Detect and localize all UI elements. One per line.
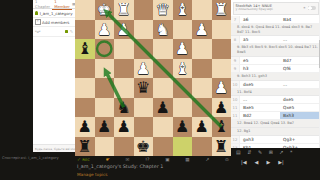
move-row: 9h3Qf6 <box>231 65 320 73</box>
white-bishop[interactable]: ♝ <box>173 0 193 20</box>
settings-icon[interactable]: * <box>290 149 293 156</box>
square-e6[interactable] <box>134 98 154 118</box>
move-number: 10 <box>231 96 240 103</box>
move-number: 9 <box>231 65 240 72</box>
square-b6[interactable] <box>192 98 212 118</box>
square-f5[interactable] <box>114 78 134 98</box>
study-sidebar: 1 Chapter 1 Member ≡ I_am_1_category + A… <box>33 0 75 152</box>
square-a1[interactable]: ♜ <box>212 0 232 20</box>
tab-chapters[interactable]: 1 Chapter <box>33 0 52 9</box>
square-h2[interactable] <box>75 20 95 40</box>
move-number: 8 <box>231 36 240 43</box>
flip-board-icon[interactable]: ⇵ <box>247 149 251 156</box>
manage-topics-link[interactable]: Manage topics <box>77 172 107 177</box>
image-tool[interactable]: ▣ <box>165 156 169 164</box>
engine-settings-icon[interactable]: * <box>303 6 305 11</box>
square-g1[interactable]: ♚ <box>95 0 115 20</box>
move-row: 10...dxe5 <box>231 96 320 104</box>
square-a2[interactable] <box>212 20 232 40</box>
lichess-study-page: 1 Chapter 1 Member ≡ I_am_1_category + A… <box>0 0 320 180</box>
square-d4[interactable] <box>153 59 173 79</box>
white-move[interactable]: a6 <box>240 16 280 23</box>
black-pawn[interactable]: ♟ <box>114 117 134 137</box>
white-move[interactable]: a5 <box>240 36 280 43</box>
record-toggle[interactable]: ✓ ʀᴇᴄ <box>77 156 90 164</box>
black-move[interactable]: Ba4 <box>280 16 320 23</box>
variation-line[interactable]: 11. Bxf4 <box>231 89 320 97</box>
prev-move-button[interactable]: ◀ <box>255 159 259 166</box>
move-row: 7a6Ba4 <box>231 16 320 24</box>
share-icon[interactable]: ↗ <box>279 149 283 156</box>
black-rook[interactable]: ♜ <box>75 137 95 157</box>
white-knight[interactable]: ♞ <box>153 20 173 40</box>
engine-toggle[interactable] <box>308 6 316 11</box>
square-f2[interactable]: ♟ <box>114 20 134 40</box>
black-pawn[interactable]: ♟ <box>192 117 212 137</box>
chat-header-text: *a* <box>35 30 40 34</box>
square-b5[interactable] <box>192 78 212 98</box>
white-pawn[interactable]: ♟ <box>134 59 154 79</box>
square-f7[interactable]: ♟ <box>114 117 134 137</box>
square-h6[interactable] <box>75 98 95 118</box>
square-g5[interactable] <box>95 78 115 98</box>
pointer-tool[interactable]: ☛ <box>106 156 110 164</box>
variation-line[interactable]: 12. Bg1 <box>231 128 320 136</box>
move-number: 13 <box>231 144 240 148</box>
move-number: 11 <box>231 104 240 111</box>
white-queen[interactable]: ♛ <box>153 0 173 20</box>
first-move-button[interactable]: |◀ <box>241 159 247 166</box>
black-pawn[interactable]: ♟ <box>173 117 193 137</box>
comment-tool[interactable]: ✉ <box>126 156 130 164</box>
square-h4[interactable] <box>75 59 95 79</box>
white-pawn[interactable]: ♟ <box>95 20 115 40</box>
board-editor-tool[interactable]: ▦ <box>185 156 189 164</box>
black-bishop[interactable]: ♝ <box>75 39 95 59</box>
share-tool[interactable]: ↗ <box>205 156 209 164</box>
square-d8[interactable] <box>153 137 173 157</box>
square-b1[interactable] <box>192 0 212 20</box>
square-e3[interactable] <box>134 39 154 59</box>
variation-line[interactable]: 9. Bxh3 11. gxh3 <box>231 73 320 81</box>
next-move-button[interactable]: ▶ <box>266 159 270 166</box>
square-c3[interactable]: ♟ <box>173 39 193 59</box>
white-rook[interactable]: ♜ <box>114 0 134 20</box>
black-pawn[interactable]: ♟ <box>212 98 232 118</box>
move-row: 13Kh1Qxh3+ <box>231 144 320 148</box>
black-move[interactable]: ... <box>280 81 320 88</box>
square-h1[interactable] <box>75 0 95 20</box>
square-c4[interactable]: ♝ <box>173 59 193 79</box>
engine-toggle-knob <box>308 6 312 10</box>
online-indicator-icon <box>65 30 69 34</box>
white-king[interactable]: ♚ <box>95 0 115 20</box>
move-list: 7a6Ba48. dxc4 9. Qxc4 Bxc4 11. dxe4 dxc3… <box>231 16 320 148</box>
square-e5[interactable]: ♛ <box>134 78 154 98</box>
square-c1[interactable]: ♝ <box>173 0 193 20</box>
white-pawn[interactable]: ♟ <box>212 78 232 98</box>
white-move[interactable]: e5 <box>240 57 280 64</box>
square-f6[interactable]: ♞ <box>114 98 134 118</box>
square-e2[interactable] <box>134 20 154 40</box>
white-bishop[interactable]: ♝ <box>173 59 193 79</box>
study-title: I_am_1_category's Study: Chapter 1 <box>77 164 163 169</box>
move-number: 7 <box>231 16 240 23</box>
last-move-button[interactable]: ▶| <box>278 159 284 166</box>
move-row: 12gxh3Qg3+ <box>231 136 320 144</box>
move-number: 10 <box>231 81 240 88</box>
engine-location: у локальному браузері <box>236 8 273 12</box>
white-move[interactable]: Bd2 <box>240 112 280 119</box>
square-f3[interactable] <box>114 39 134 59</box>
help-icon[interactable]: ⊙ <box>225 156 229 164</box>
square-c5[interactable] <box>173 78 193 98</box>
square-b7[interactable]: ♟ <box>192 117 212 137</box>
study-control-bar: ▤⇵✎⊞↗* <box>236 149 293 156</box>
variation-line[interactable]: 9. Bb3 c5 Bxc5 9. Bxc5 dxc5 10. dxe4 Be7… <box>231 44 320 56</box>
square-a7[interactable]: ♝ <box>212 117 232 137</box>
square-e8[interactable]: ♚ <box>134 137 154 157</box>
spectators-text: Спостерігачі: I_am_1_category <box>2 156 74 160</box>
glyph-annotation-tool[interactable]: !? <box>145 156 149 164</box>
black-bishop[interactable]: ♝ <box>212 117 232 137</box>
square-g8[interactable] <box>95 137 115 157</box>
white-pawn[interactable]: ♟ <box>192 20 212 40</box>
black-king[interactable]: ♚ <box>134 137 154 157</box>
square-g6[interactable] <box>95 98 115 118</box>
black-pawn[interactable]: ♟ <box>153 98 173 118</box>
square-a4[interactable] <box>212 59 232 79</box>
chess-board: ♚♜♛♝♜♟♟♞♟♝♟♟♝♛♟♞♟♟♟♟♟♟♟♝♜♚♜ <box>75 0 231 156</box>
move-navigation-bar: |◀◀▶▶| <box>241 159 284 166</box>
square-h8[interactable]: ♜ <box>75 137 95 157</box>
white-move[interactable]: gxh3 <box>240 136 280 143</box>
square-f4[interactable] <box>114 59 134 79</box>
move-row: 9e5Bd7 <box>231 57 320 65</box>
white-move[interactable]: Kh1 <box>240 144 280 148</box>
analysis-panel: Stockfish 14+ NNUE у локальному браузері… <box>231 0 320 148</box>
chat-messages-area[interactable] <box>33 37 75 144</box>
move-row: 11Bxe5Qxe5 <box>231 104 320 112</box>
add-members-row[interactable]: + Add members <box>33 18 75 27</box>
square-c8[interactable] <box>173 137 193 157</box>
square-c6[interactable] <box>173 98 193 118</box>
square-g7[interactable]: ♟ <box>95 117 115 137</box>
square-d1[interactable]: ♛ <box>153 0 173 20</box>
move-row: 10dxe5... <box>231 81 320 89</box>
square-d2[interactable]: ♞ <box>153 20 173 40</box>
member-row[interactable]: I_am_1_category <box>33 9 75 18</box>
variation-line[interactable]: 12. Bxe4 12. Qxe4 Qxe4 13. Be7 <box>231 120 320 128</box>
edit-icon[interactable]: ✎ <box>258 149 262 156</box>
square-g4[interactable] <box>95 59 115 79</box>
square-e7[interactable] <box>134 117 154 137</box>
sidebar-tabs: 1 Chapter 1 Member ≡ <box>33 0 75 9</box>
engine-header: Stockfish 14+ NNUE у локальному браузері… <box>233 2 319 15</box>
study-toolbar: ✓ ʀᴇᴄ☛✉!?▣▦↗⊙ <box>75 156 231 164</box>
black-pawn[interactable]: ♟ <box>95 117 115 137</box>
black-move[interactable]: Qg3+ <box>280 136 320 143</box>
move-row: 11Bd2Bxh3 <box>231 112 320 120</box>
square-d6[interactable]: ♟ <box>153 98 173 118</box>
square-d7[interactable] <box>153 117 173 137</box>
black-pawn[interactable]: ♟ <box>75 117 95 137</box>
black-rook[interactable]: ♜ <box>212 137 232 157</box>
move-number: 11 <box>231 112 240 119</box>
chat-notice: Будь ласка, будьте ввічливі та доброзичл… <box>33 144 75 152</box>
chat-edit-icon[interactable]: ✎ <box>70 29 73 34</box>
square-d5[interactable] <box>153 78 173 98</box>
white-pawn[interactable]: ♟ <box>114 20 134 40</box>
square-e1[interactable] <box>134 0 154 20</box>
black-queen[interactable]: ♛ <box>134 78 154 98</box>
expand-icon[interactable]: ⊞ <box>269 149 273 156</box>
menu-icon[interactable]: ▤ <box>236 149 241 156</box>
member-avatar-icon <box>35 11 38 14</box>
move-row: 8a5... <box>231 36 320 44</box>
white-pawn[interactable]: ♟ <box>173 39 193 59</box>
square-g3[interactable] <box>95 39 115 59</box>
chat-header: *a* ✎ <box>33 27 75 37</box>
black-move[interactable]: Qxh3+ <box>280 144 320 148</box>
white-rook[interactable]: ♜ <box>212 0 232 20</box>
variation-line[interactable]: 8. dxc4 9. Qxc4 Bxc4 11. dxe4 dxc3 9. Be… <box>231 24 320 36</box>
white-move[interactable]: ... <box>240 96 280 103</box>
black-move[interactable]: Qxe5 <box>280 104 320 111</box>
square-a3[interactable] <box>212 39 232 59</box>
white-move[interactable]: dxe5 <box>240 81 280 88</box>
black-move[interactable]: Bd7 <box>280 57 320 64</box>
square-b3[interactable] <box>192 39 212 59</box>
member-name: I_am_1_category <box>40 11 73 16</box>
square-e4[interactable]: ♟ <box>134 59 154 79</box>
square-h7[interactable]: ♟ <box>75 117 95 137</box>
square-d3[interactable] <box>153 39 173 59</box>
square-b4[interactable] <box>192 59 212 79</box>
square-f8[interactable] <box>114 137 134 157</box>
square-h5[interactable] <box>75 78 95 98</box>
square-a6[interactable]: ♟ <box>212 98 232 118</box>
square-b2[interactable]: ♟ <box>192 20 212 40</box>
square-a5[interactable]: ♟ <box>212 78 232 98</box>
add-member-plus-icon: + <box>35 19 41 25</box>
square-c7[interactable]: ♟ <box>173 117 193 137</box>
move-number: 9 <box>231 57 240 64</box>
black-move[interactable]: dxe5 <box>280 96 320 103</box>
black-move[interactable]: Qf6 <box>280 65 320 72</box>
add-members-label: Add members <box>42 20 69 25</box>
square-g2[interactable]: ♟ <box>95 20 115 40</box>
square-f1[interactable]: ♜ <box>114 0 134 20</box>
square-h3[interactable]: ♝ <box>75 39 95 59</box>
square-a8[interactable]: ♜ <box>212 137 232 157</box>
square-b8[interactable] <box>192 137 212 157</box>
black-move[interactable]: ... <box>280 36 320 43</box>
black-move[interactable]: Bxh3 <box>280 112 320 119</box>
black-knight[interactable]: ♞ <box>114 98 134 118</box>
white-move[interactable]: h3 <box>240 65 280 72</box>
square-c2[interactable] <box>173 20 193 40</box>
move-number: 12 <box>231 136 240 143</box>
white-move[interactable]: Bxe5 <box>240 104 280 111</box>
